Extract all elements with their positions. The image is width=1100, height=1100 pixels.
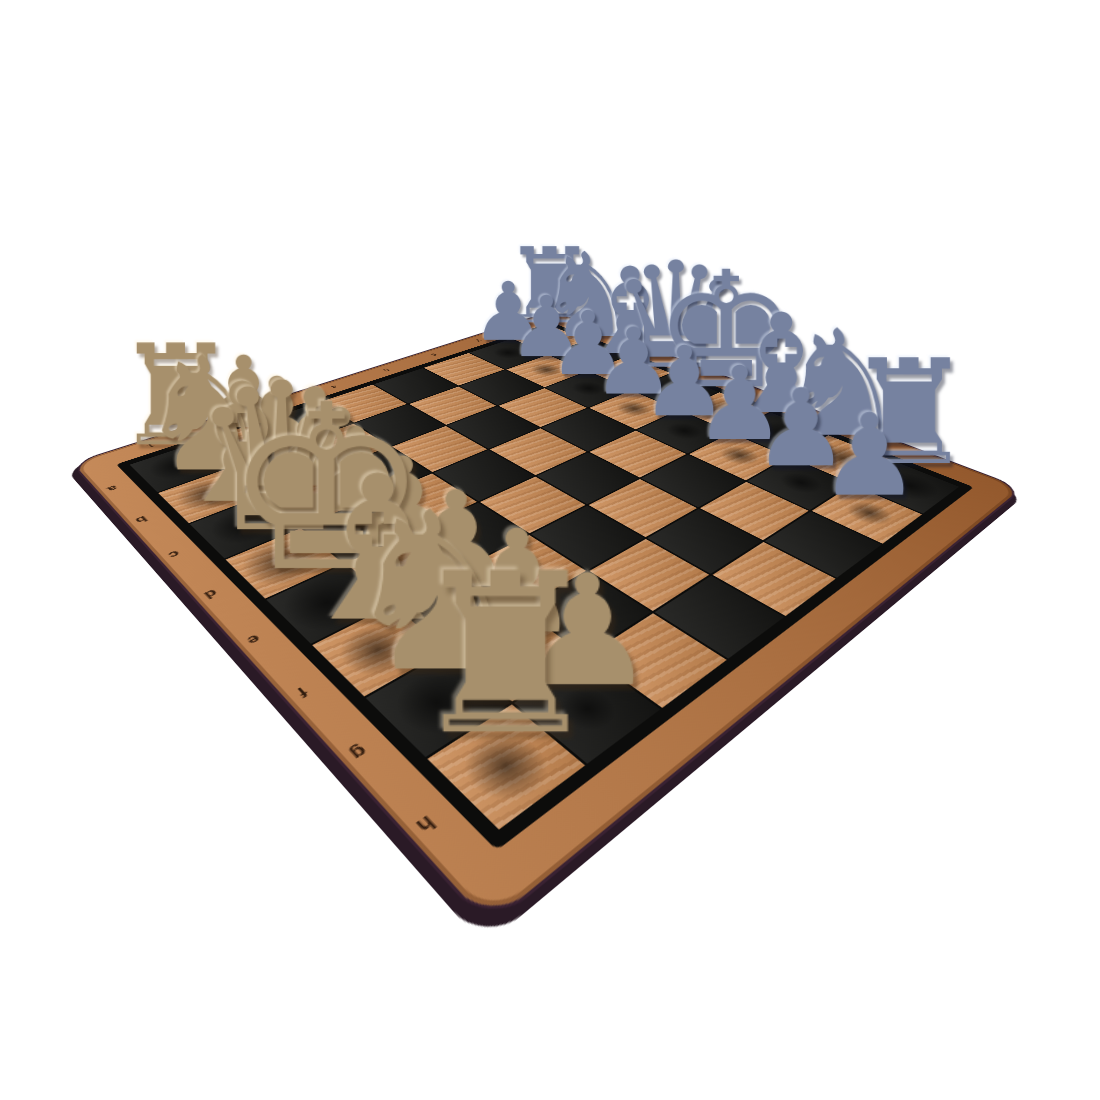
- chess-set-photo: abcdefgh12345678 ♜♞♝♛♚♝♞♜♟♟♟♟♟♟♟♟♟♟♟♟♟♟♟…: [0, 0, 1100, 1100]
- chess-board: abcdefgh12345678 ♜♞♝♛♚♝♞♜♟♟♟♟♟♟♟♟♟♟♟♟♟♟♟…: [70, 311, 1024, 930]
- rook-icon: ♜: [406, 544, 605, 765]
- pawn-icon: ♟: [818, 399, 920, 513]
